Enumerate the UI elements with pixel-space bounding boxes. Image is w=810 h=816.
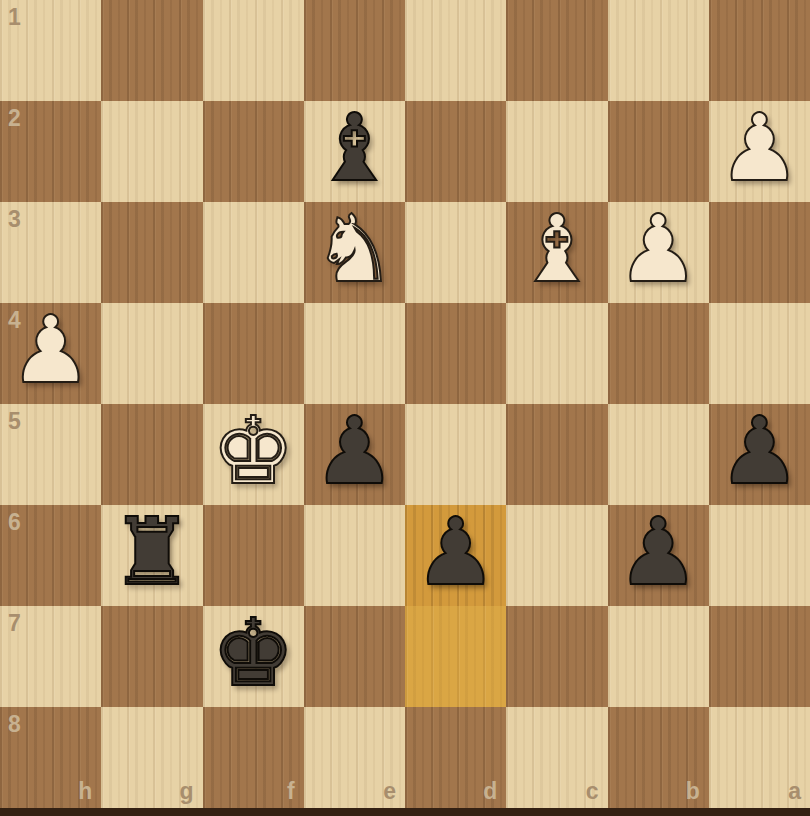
square-b2[interactable] — [608, 101, 709, 202]
black-pawn-d6[interactable]: ♟ — [414, 506, 497, 599]
square-c8[interactable]: c — [506, 707, 607, 808]
square-a7[interactable] — [709, 606, 810, 707]
square-f2[interactable] — [203, 101, 304, 202]
file-label-b: b — [686, 778, 700, 805]
square-c6[interactable] — [506, 505, 607, 606]
square-b1[interactable] — [608, 0, 709, 101]
square-f4[interactable] — [203, 303, 304, 404]
square-f3[interactable] — [203, 202, 304, 303]
square-h1[interactable]: 1 — [0, 0, 101, 101]
square-g4[interactable] — [101, 303, 202, 404]
square-d5[interactable] — [405, 404, 506, 505]
file-label-f: f — [287, 778, 295, 805]
board-bottom-edge — [0, 808, 810, 816]
square-e2[interactable]: ♝ — [304, 101, 405, 202]
black-pawn-e5[interactable]: ♟ — [313, 405, 396, 498]
file-label-e: e — [383, 778, 396, 805]
square-g3[interactable] — [101, 202, 202, 303]
square-d2[interactable] — [405, 101, 506, 202]
white-king-f5[interactable]: ♚ — [211, 405, 294, 498]
square-g8[interactable]: g — [101, 707, 202, 808]
square-g2[interactable] — [101, 101, 202, 202]
square-a6[interactable] — [709, 505, 810, 606]
square-c3[interactable]: ♝ — [506, 202, 607, 303]
square-d8[interactable]: d — [405, 707, 506, 808]
square-c7[interactable] — [506, 606, 607, 707]
square-b4[interactable] — [608, 303, 709, 404]
rank-label-8: 8 — [8, 711, 21, 738]
file-label-g: g — [179, 778, 193, 805]
square-b8[interactable]: b — [608, 707, 709, 808]
square-a4[interactable] — [709, 303, 810, 404]
square-a2[interactable]: ♟ — [709, 101, 810, 202]
white-bishop-c3[interactable]: ♝ — [515, 203, 598, 296]
rank-label-5: 5 — [8, 408, 21, 435]
black-king-f7[interactable]: ♚ — [211, 607, 294, 700]
square-a8[interactable]: a — [709, 707, 810, 808]
square-g6[interactable]: ♜ — [101, 505, 202, 606]
file-label-a: a — [788, 778, 801, 805]
square-g7[interactable] — [101, 606, 202, 707]
square-e5[interactable]: ♟ — [304, 404, 405, 505]
square-a5[interactable]: ♟ — [709, 404, 810, 505]
square-h5[interactable]: 5 — [0, 404, 101, 505]
square-e1[interactable] — [304, 0, 405, 101]
rank-label-7: 7 — [8, 610, 21, 637]
black-bishop-e2[interactable]: ♝ — [313, 102, 396, 195]
file-label-c: c — [586, 778, 599, 805]
square-c1[interactable] — [506, 0, 607, 101]
white-pawn-a2[interactable]: ♟ — [718, 102, 801, 195]
chess-app: 12♝♟3♞♝♟4♟5♚♟♟6♜♟♟7♚8hgfedcba — [0, 0, 810, 816]
black-rook-g6[interactable]: ♜ — [110, 506, 193, 599]
black-pawn-a5[interactable]: ♟ — [718, 405, 801, 498]
square-c4[interactable] — [506, 303, 607, 404]
square-d4[interactable] — [405, 303, 506, 404]
square-c2[interactable] — [506, 101, 607, 202]
square-h2[interactable]: 2 — [0, 101, 101, 202]
rank-label-1: 1 — [8, 4, 21, 31]
square-g5[interactable] — [101, 404, 202, 505]
square-e4[interactable] — [304, 303, 405, 404]
rank-label-3: 3 — [8, 206, 21, 233]
square-f8[interactable]: f — [203, 707, 304, 808]
square-f1[interactable] — [203, 0, 304, 101]
square-f7[interactable]: ♚ — [203, 606, 304, 707]
white-pawn-b3[interactable]: ♟ — [616, 203, 699, 296]
square-d7[interactable] — [405, 606, 506, 707]
square-b7[interactable] — [608, 606, 709, 707]
square-f5[interactable]: ♚ — [203, 404, 304, 505]
square-d1[interactable] — [405, 0, 506, 101]
square-e3[interactable]: ♞ — [304, 202, 405, 303]
square-h6[interactable]: 6 — [0, 505, 101, 606]
square-e7[interactable] — [304, 606, 405, 707]
square-a1[interactable] — [709, 0, 810, 101]
square-f6[interactable] — [203, 505, 304, 606]
square-a3[interactable] — [709, 202, 810, 303]
white-knight-e3[interactable]: ♞ — [313, 203, 396, 296]
rank-label-2: 2 — [8, 105, 21, 132]
square-b3[interactable]: ♟ — [608, 202, 709, 303]
white-pawn-h4[interactable]: ♟ — [9, 304, 92, 397]
square-h7[interactable]: 7 — [0, 606, 101, 707]
file-label-h: h — [78, 778, 92, 805]
square-h8[interactable]: 8h — [0, 707, 101, 808]
rank-label-6: 6 — [8, 509, 21, 536]
black-pawn-b6[interactable]: ♟ — [616, 506, 699, 599]
square-e8[interactable]: e — [304, 707, 405, 808]
square-d3[interactable] — [405, 202, 506, 303]
square-d6[interactable]: ♟ — [405, 505, 506, 606]
square-h4[interactable]: 4♟ — [0, 303, 101, 404]
square-b5[interactable] — [608, 404, 709, 505]
file-label-d: d — [483, 778, 497, 805]
square-b6[interactable]: ♟ — [608, 505, 709, 606]
chess-board: 12♝♟3♞♝♟4♟5♚♟♟6♜♟♟7♚8hgfedcba — [0, 0, 810, 808]
square-c5[interactable] — [506, 404, 607, 505]
square-g1[interactable] — [101, 0, 202, 101]
square-h3[interactable]: 3 — [0, 202, 101, 303]
square-e6[interactable] — [304, 505, 405, 606]
